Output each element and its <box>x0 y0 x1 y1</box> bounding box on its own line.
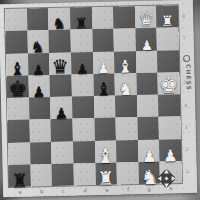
square-g6 <box>136 50 158 73</box>
black-knight-b7: ♞ <box>31 38 46 54</box>
square-g7: ♟ <box>135 28 157 51</box>
square-b7: ♞ <box>27 30 49 53</box>
white-bishop-f6: ♝ <box>117 57 133 75</box>
black-pawn-b6: ♟ <box>32 63 45 77</box>
square-f1 <box>117 162 139 185</box>
white-rook-e1: ♜ <box>97 169 114 188</box>
square-a3 <box>7 120 29 143</box>
square-f8 <box>113 6 135 29</box>
rank-label-1: 1 <box>186 169 189 174</box>
black-knight-c8: ♞ <box>52 16 66 32</box>
white-pawn-e6: ♟ <box>97 62 110 76</box>
square-a7 <box>5 31 27 54</box>
square-d3 <box>72 118 94 141</box>
square-b2 <box>30 142 52 165</box>
square-f7 <box>114 28 136 51</box>
square-b6: ♟ <box>28 53 50 76</box>
file-label-d: d <box>83 187 86 193</box>
file-label-c: c <box>62 188 65 194</box>
rank-label-4: 4 <box>184 103 187 108</box>
square-g2: ♟ <box>138 139 160 162</box>
square-a6: ♝ <box>6 53 28 76</box>
square-h3 <box>159 116 181 139</box>
square-c7 <box>49 30 71 53</box>
square-e7 <box>92 29 114 52</box>
file-label-b: b <box>40 188 43 194</box>
square-c6: ♛ <box>49 52 71 75</box>
black-pawn-c4: ♟ <box>54 106 68 121</box>
square-d8: ♜ <box>70 7 92 30</box>
square-c5 <box>50 74 72 97</box>
square-e5: ♝ <box>93 73 115 96</box>
black-pawn-b5: ♟ <box>33 85 46 100</box>
rank-labels: 87654321 <box>182 5 189 183</box>
white-bishop-e2: ♝ <box>96 145 115 166</box>
square-h5: ♚ <box>158 72 180 95</box>
square-a2 <box>8 142 30 165</box>
square-g5 <box>136 72 158 95</box>
square-g8: ♛ <box>135 6 157 29</box>
black-rook-a1: ♜ <box>11 171 28 190</box>
square-g4 <box>137 95 159 118</box>
white-pawn-g7: ♟ <box>140 39 152 53</box>
square-a1: ♜ <box>8 164 30 187</box>
square-e6: ♟ <box>92 51 114 74</box>
square-f6: ♝ <box>114 51 136 74</box>
square-d4 <box>72 96 94 119</box>
square-e2: ♝ <box>94 140 116 163</box>
square-c8: ♞ <box>48 8 70 31</box>
square-d7 <box>70 29 92 52</box>
pan-compass-icon[interactable] <box>155 167 178 190</box>
square-h2: ♟ <box>159 139 181 162</box>
square-b8 <box>27 8 49 31</box>
square-h6 <box>157 50 179 73</box>
square-g3 <box>137 117 159 140</box>
white-knight-f5: ♞ <box>118 80 134 98</box>
black-bishop-a6: ♝ <box>9 60 25 78</box>
black-king-a5: ♚ <box>8 78 28 100</box>
black-pawn-d6: ♟ <box>76 62 89 76</box>
black-queen-c6: ♛ <box>52 57 70 77</box>
square-c1 <box>52 163 74 186</box>
square-d2 <box>73 141 95 164</box>
square-b3 <box>29 119 51 142</box>
white-rook-h8: ♜ <box>161 14 174 29</box>
white-king-h5: ♚ <box>159 74 179 96</box>
rank-label-8: 8 <box>182 14 185 19</box>
black-rook-d8: ♜ <box>74 16 87 31</box>
white-pawn-g2: ♟ <box>141 148 156 164</box>
board-brand-text: CHESS <box>185 64 193 91</box>
white-pawn-h2: ♟ <box>163 148 178 164</box>
white-queen-g8: ♛ <box>138 11 154 29</box>
square-d6: ♟ <box>71 52 93 75</box>
square-e8 <box>91 7 113 30</box>
square-d5 <box>71 74 93 97</box>
square-c4: ♟ <box>50 97 72 120</box>
square-f2 <box>116 140 138 163</box>
brand-logo-icon <box>183 55 190 62</box>
square-e3 <box>94 118 116 141</box>
rank-label-2: 2 <box>185 147 188 152</box>
black-bishop-e5: ♝ <box>96 80 113 98</box>
file-label-f: f <box>127 186 129 192</box>
square-a5: ♚ <box>6 75 28 98</box>
photo-background: ♞♜♛♜♞♟♝♟♛♟♟♝♚♟♝♞♚♟♝♟♟♜♜♞ abcdefgh 876543… <box>0 0 200 200</box>
rank-label-3: 3 <box>185 125 188 130</box>
square-a8 <box>5 9 27 32</box>
square-c2 <box>51 141 73 164</box>
rank-label-7: 7 <box>183 36 186 41</box>
square-h8: ♜ <box>156 5 178 28</box>
square-d1 <box>73 163 95 186</box>
square-h7 <box>157 27 179 50</box>
square-b1 <box>30 164 52 187</box>
board-grid: ♞♜♛♜♞♟♝♟♛♟♟♝♚♟♝♞♚♟♝♟♟♜♜♞ <box>5 5 182 187</box>
square-f3 <box>116 117 138 140</box>
